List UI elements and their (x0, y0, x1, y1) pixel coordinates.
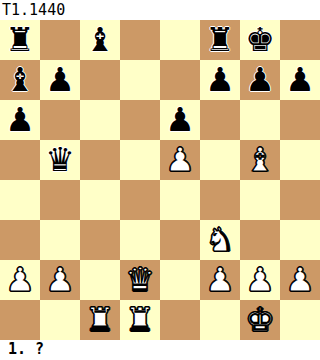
square-h5[interactable] (280, 140, 320, 180)
square-h8[interactable] (280, 20, 320, 60)
square-g6[interactable] (240, 100, 280, 140)
square-a8[interactable]: ♜ (0, 20, 40, 60)
square-c3[interactable] (80, 220, 120, 260)
square-c4[interactable] (80, 180, 120, 220)
square-f1[interactable] (200, 300, 240, 340)
square-h2[interactable]: ♟ (280, 260, 320, 300)
square-d3[interactable] (120, 220, 160, 260)
black-pawn[interactable]: ♟ (280, 60, 320, 100)
square-g1[interactable]: ♚ (240, 300, 280, 340)
square-g2[interactable]: ♟ (240, 260, 280, 300)
white-knight[interactable]: ♞ (200, 220, 240, 260)
square-b6[interactable] (40, 100, 80, 140)
square-a4[interactable] (0, 180, 40, 220)
square-h7[interactable]: ♟ (280, 60, 320, 100)
square-d2[interactable]: ♛ (120, 260, 160, 300)
black-pawn[interactable]: ♟ (40, 60, 80, 100)
square-g4[interactable] (240, 180, 280, 220)
square-f8[interactable]: ♜ (200, 20, 240, 60)
move-prompt: 1. ? (0, 340, 320, 360)
square-b3[interactable] (40, 220, 80, 260)
square-f7[interactable]: ♟ (200, 60, 240, 100)
square-d6[interactable] (120, 100, 160, 140)
square-d5[interactable] (120, 140, 160, 180)
square-e1[interactable] (160, 300, 200, 340)
square-b2[interactable]: ♟ (40, 260, 80, 300)
white-bishop[interactable]: ♝ (240, 140, 280, 180)
white-rook[interactable]: ♜ (80, 300, 120, 340)
black-queen[interactable]: ♛ (40, 140, 80, 180)
black-king[interactable]: ♚ (240, 20, 280, 60)
square-d7[interactable] (120, 60, 160, 100)
square-e6[interactable]: ♟ (160, 100, 200, 140)
square-e3[interactable] (160, 220, 200, 260)
square-c7[interactable] (80, 60, 120, 100)
square-a5[interactable] (0, 140, 40, 180)
square-c8[interactable]: ♝ (80, 20, 120, 60)
square-b7[interactable]: ♟ (40, 60, 80, 100)
square-a3[interactable] (0, 220, 40, 260)
square-g3[interactable] (240, 220, 280, 260)
square-b8[interactable] (40, 20, 80, 60)
white-king[interactable]: ♚ (240, 300, 280, 340)
square-f6[interactable] (200, 100, 240, 140)
square-c6[interactable] (80, 100, 120, 140)
square-e2[interactable] (160, 260, 200, 300)
square-a6[interactable]: ♟ (0, 100, 40, 140)
black-pawn[interactable]: ♟ (160, 100, 200, 140)
white-queen[interactable]: ♛ (120, 260, 160, 300)
square-b4[interactable] (40, 180, 80, 220)
square-f2[interactable]: ♟ (200, 260, 240, 300)
square-e5[interactable]: ♟ (160, 140, 200, 180)
chess-board: ♜♝♜♚♝♟♟♟♟♟♟♛♟♝♞♟♟♛♟♟♟♜♜♚ (0, 20, 320, 340)
square-b5[interactable]: ♛ (40, 140, 80, 180)
black-pawn[interactable]: ♟ (240, 60, 280, 100)
square-b1[interactable] (40, 300, 80, 340)
square-h4[interactable] (280, 180, 320, 220)
square-d1[interactable]: ♜ (120, 300, 160, 340)
square-f3[interactable]: ♞ (200, 220, 240, 260)
square-h3[interactable] (280, 220, 320, 260)
square-g8[interactable]: ♚ (240, 20, 280, 60)
square-g7[interactable]: ♟ (240, 60, 280, 100)
white-rook[interactable]: ♜ (120, 300, 160, 340)
black-pawn[interactable]: ♟ (0, 100, 40, 140)
black-pawn[interactable]: ♟ (200, 60, 240, 100)
square-c5[interactable] (80, 140, 120, 180)
square-a7[interactable]: ♝ (0, 60, 40, 100)
puzzle-title: T1.1440 (0, 0, 320, 20)
square-c2[interactable] (80, 260, 120, 300)
square-d8[interactable] (120, 20, 160, 60)
square-f5[interactable] (200, 140, 240, 180)
white-pawn[interactable]: ♟ (160, 140, 200, 180)
square-a2[interactable]: ♟ (0, 260, 40, 300)
square-e4[interactable] (160, 180, 200, 220)
white-pawn[interactable]: ♟ (40, 260, 80, 300)
square-d4[interactable] (120, 180, 160, 220)
white-pawn[interactable]: ♟ (200, 260, 240, 300)
black-bishop[interactable]: ♝ (80, 20, 120, 60)
white-pawn[interactable]: ♟ (280, 260, 320, 300)
black-rook[interactable]: ♜ (200, 20, 240, 60)
square-h1[interactable] (280, 300, 320, 340)
square-f4[interactable] (200, 180, 240, 220)
white-pawn[interactable]: ♟ (240, 260, 280, 300)
black-rook[interactable]: ♜ (0, 20, 40, 60)
square-e7[interactable] (160, 60, 200, 100)
black-bishop[interactable]: ♝ (0, 60, 40, 100)
square-g5[interactable]: ♝ (240, 140, 280, 180)
square-c1[interactable]: ♜ (80, 300, 120, 340)
white-pawn[interactable]: ♟ (0, 260, 40, 300)
square-h6[interactable] (280, 100, 320, 140)
square-e8[interactable] (160, 20, 200, 60)
square-a1[interactable] (0, 300, 40, 340)
